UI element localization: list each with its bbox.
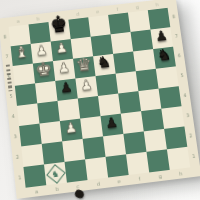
knight-diamond-logo: ♞ bbox=[44, 162, 67, 185]
square-f2 bbox=[123, 131, 146, 154]
square-g2 bbox=[144, 129, 167, 152]
photo-background: abcdefgh abcdefgh 87654321 87654321 ♚♝♟♟… bbox=[0, 0, 200, 200]
square-a6 bbox=[13, 64, 35, 86]
square-f8 bbox=[108, 13, 130, 35]
square-f3 bbox=[121, 111, 144, 134]
white-pawn-c7: ♟ bbox=[55, 40, 69, 55]
square-f6 bbox=[113, 51, 136, 73]
white-pawn-c3: ♟ bbox=[64, 120, 78, 135]
square-a4 bbox=[17, 103, 40, 126]
square-f1 bbox=[126, 152, 149, 175]
square-d5: ♟ bbox=[75, 76, 98, 98]
square-d2 bbox=[83, 136, 106, 159]
black-pawn-c5: ♟ bbox=[59, 79, 73, 94]
white-pawn-b7: ♟ bbox=[35, 42, 48, 57]
square-e6: ♞ bbox=[93, 54, 116, 76]
square-c7: ♟ bbox=[51, 39, 73, 61]
square-f5 bbox=[116, 71, 139, 93]
square-g4 bbox=[138, 89, 161, 112]
square-c1 bbox=[65, 159, 88, 182]
square-c4 bbox=[58, 98, 81, 121]
square-c5: ♟ bbox=[55, 79, 78, 101]
square-d8 bbox=[68, 17, 90, 39]
square-b7: ♟ bbox=[31, 42, 53, 64]
square-h7: ♟ bbox=[150, 27, 173, 49]
square-e1 bbox=[106, 154, 129, 177]
square-d1 bbox=[85, 157, 108, 180]
square-a1 bbox=[23, 164, 46, 187]
square-g3 bbox=[141, 109, 164, 132]
square-c6: ♟ bbox=[53, 59, 75, 81]
square-g6 bbox=[133, 49, 156, 71]
board-grid: ♚♝♟♟♟♚♟♛♞♞♟♟♟♟ bbox=[9, 8, 191, 188]
black-knight-e6: ♞ bbox=[96, 54, 112, 71]
square-c3: ♟ bbox=[60, 119, 83, 142]
square-g7 bbox=[131, 30, 154, 52]
square-h2 bbox=[164, 126, 187, 149]
square-a5 bbox=[15, 83, 37, 105]
square-b4 bbox=[37, 101, 60, 124]
chess-board: abcdefgh abcdefgh 87654321 87654321 ♚♝♟♟… bbox=[0, 0, 200, 199]
square-h3 bbox=[161, 106, 184, 129]
square-e7 bbox=[91, 34, 113, 56]
square-a3 bbox=[19, 124, 42, 147]
square-f7 bbox=[111, 32, 134, 54]
square-b3 bbox=[39, 121, 62, 144]
white-pawn-d5: ♟ bbox=[79, 77, 93, 92]
square-b5 bbox=[35, 81, 57, 103]
white-queen-d6: ♛ bbox=[75, 55, 92, 74]
square-h8 bbox=[148, 8, 171, 30]
square-c2 bbox=[62, 139, 85, 162]
square-d6: ♛ bbox=[73, 56, 96, 78]
square-d3 bbox=[80, 116, 103, 139]
black-pawn-h7: ♟ bbox=[154, 28, 168, 42]
square-e8 bbox=[88, 15, 110, 37]
square-a8 bbox=[9, 24, 31, 46]
square-b6: ♚ bbox=[33, 61, 55, 83]
square-e2 bbox=[103, 134, 126, 157]
square-d4 bbox=[78, 96, 101, 119]
square-g1 bbox=[146, 149, 169, 172]
square-f4 bbox=[118, 91, 141, 114]
square-a7: ♝ bbox=[11, 44, 33, 66]
square-c8: ♚ bbox=[48, 20, 70, 42]
white-bishop-a7: ♝ bbox=[14, 44, 29, 61]
square-h4 bbox=[159, 86, 182, 108]
square-e5 bbox=[96, 74, 119, 96]
square-a2 bbox=[21, 144, 44, 167]
square-e4 bbox=[98, 94, 121, 117]
square-g5 bbox=[136, 69, 159, 91]
knight-icon: ♞ bbox=[44, 162, 67, 185]
white-king-b6: ♚ bbox=[35, 59, 53, 79]
square-e3: ♟ bbox=[100, 114, 123, 137]
black-knight-h6: ♞ bbox=[156, 47, 172, 64]
square-d7 bbox=[71, 37, 93, 59]
square-h5 bbox=[156, 66, 179, 88]
square-b8 bbox=[29, 22, 51, 44]
square-h1 bbox=[167, 147, 190, 170]
black-pawn-e3: ♟ bbox=[105, 115, 119, 130]
white-pawn-c6: ♟ bbox=[57, 60, 71, 75]
square-h6: ♞ bbox=[153, 47, 176, 69]
square-g8 bbox=[128, 10, 150, 32]
square-b2 bbox=[42, 141, 65, 164]
